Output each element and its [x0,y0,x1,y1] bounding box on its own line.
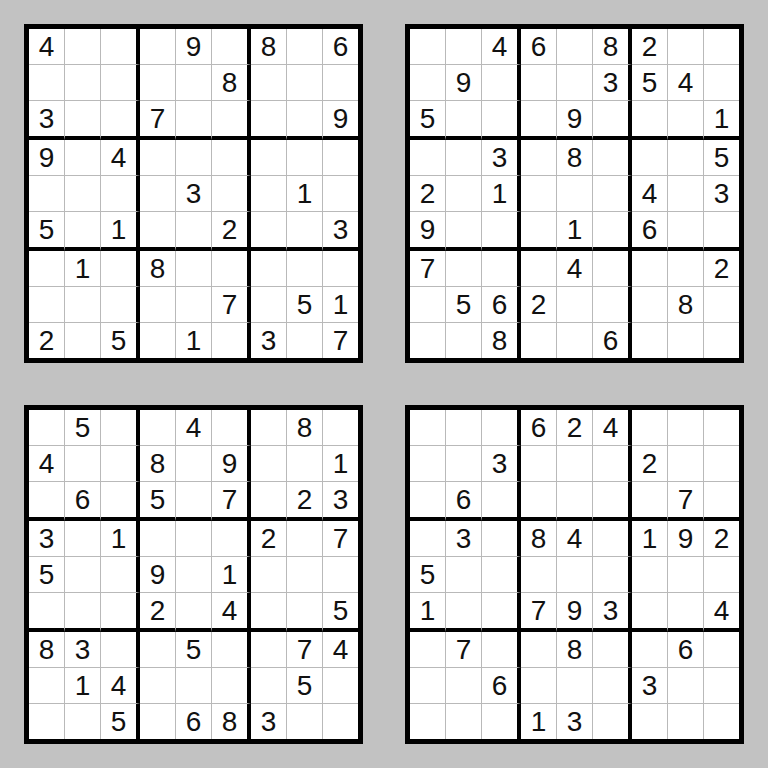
p4-cell-r1c6[interactable]: 4 [593,410,632,446]
p4-cell-r8c5[interactable] [557,668,593,704]
p3-cell-r4c4[interactable] [140,521,176,557]
p2-cell-r7c7[interactable] [632,251,668,287]
p1-cell-r9c4[interactable] [140,323,176,358]
p2-cell-r2c2[interactable]: 9 [446,65,482,101]
p2-cell-r8c5[interactable] [557,287,593,323]
p1-cell-r3c1[interactable]: 3 [29,101,65,140]
p1-cell-r1c3[interactable] [101,29,140,65]
p3-cell-r5c1[interactable]: 5 [29,557,65,593]
p1-cell-r5c9[interactable] [323,176,358,212]
p4-cell-r4c3[interactable] [482,521,521,557]
p1-cell-r8c3[interactable] [101,287,140,323]
p2-cell-r8c9[interactable] [704,287,739,323]
p4-cell-r6c8[interactable] [668,593,704,632]
p4-cell-r4c5[interactable]: 4 [557,521,593,557]
p1-cell-r6c9[interactable]: 3 [323,212,358,251]
p1-cell-r4c6[interactable] [212,140,251,176]
p4-cell-r7c1[interactable] [410,632,446,668]
p2-cell-r3c3[interactable] [482,101,521,140]
p4-cell-r4c6[interactable] [593,521,632,557]
p3-cell-r8c3[interactable]: 4 [101,668,140,704]
p4-cell-r3c3[interactable] [482,482,521,521]
p3-cell-r4c3[interactable]: 1 [101,521,140,557]
p4-cell-r3c6[interactable] [593,482,632,521]
p1-cell-r7c9[interactable] [323,251,358,287]
p4-cell-r3c9[interactable] [704,482,739,521]
p3-cell-r2c2[interactable] [65,446,101,482]
p4-cell-r2c4[interactable] [521,446,557,482]
p4-cell-r4c9[interactable]: 2 [704,521,739,557]
p2-cell-r3c2[interactable] [446,101,482,140]
p3-cell-r2c8[interactable] [287,446,323,482]
p1-cell-r3c8[interactable] [287,101,323,140]
p2-cell-r7c6[interactable] [593,251,632,287]
p1-cell-r9c3[interactable]: 5 [101,323,140,358]
p3-cell-r9c8[interactable] [287,704,323,739]
p4-cell-r7c9[interactable] [704,632,739,668]
p1-cell-r5c4[interactable] [140,176,176,212]
p4-cell-r1c3[interactable] [482,410,521,446]
p1-cell-r2c4[interactable] [140,65,176,101]
p1-cell-r6c8[interactable] [287,212,323,251]
p1-cell-r3c7[interactable] [251,101,287,140]
p4-cell-r5c5[interactable] [557,557,593,593]
p3-cell-r5c3[interactable] [101,557,140,593]
p2-cell-r9c2[interactable] [446,323,482,358]
p4-cell-r2c9[interactable] [704,446,739,482]
p1-cell-r2c7[interactable] [251,65,287,101]
p1-cell-r7c2[interactable]: 1 [65,251,101,287]
p4-cell-r9c2[interactable] [446,704,482,739]
p4-cell-r8c9[interactable] [704,668,739,704]
p1-cell-r5c8[interactable]: 1 [287,176,323,212]
p1-cell-r3c4[interactable]: 7 [140,101,176,140]
p3-cell-r8c5[interactable] [176,668,212,704]
p4-cell-r7c2[interactable]: 7 [446,632,482,668]
p4-cell-r1c2[interactable] [446,410,482,446]
p3-cell-r2c7[interactable] [251,446,287,482]
p3-cell-r3c6[interactable]: 7 [212,482,251,521]
p1-cell-r2c6[interactable]: 8 [212,65,251,101]
p3-cell-r2c9[interactable]: 1 [323,446,358,482]
p3-cell-r3c8[interactable]: 2 [287,482,323,521]
p4-cell-r6c7[interactable] [632,593,668,632]
p3-cell-r4c9[interactable]: 7 [323,521,358,557]
p4-cell-r9c5[interactable]: 3 [557,704,593,739]
p4-cell-r7c7[interactable] [632,632,668,668]
p4-cell-r5c1[interactable]: 5 [410,557,446,593]
p1-cell-r4c8[interactable] [287,140,323,176]
p3-cell-r2c5[interactable] [176,446,212,482]
p4-cell-r8c8[interactable] [668,668,704,704]
p3-cell-r9c9[interactable] [323,704,358,739]
p3-cell-r4c7[interactable]: 2 [251,521,287,557]
p1-cell-r7c4[interactable]: 8 [140,251,176,287]
p4-cell-r7c3[interactable] [482,632,521,668]
p4-cell-r3c1[interactable] [410,482,446,521]
p3-cell-r3c4[interactable]: 5 [140,482,176,521]
p3-cell-r9c3[interactable]: 5 [101,704,140,739]
p4-cell-r2c6[interactable] [593,446,632,482]
p3-cell-r6c8[interactable] [287,593,323,632]
p1-cell-r6c4[interactable] [140,212,176,251]
p4-cell-r2c3[interactable]: 3 [482,446,521,482]
p3-cell-r4c5[interactable] [176,521,212,557]
p1-cell-r9c8[interactable] [287,323,323,358]
p1-cell-r8c6[interactable]: 7 [212,287,251,323]
p4-cell-r6c6[interactable]: 3 [593,593,632,632]
p4-cell-r7c8[interactable]: 6 [668,632,704,668]
p2-cell-r5c8[interactable] [668,176,704,212]
p3-cell-r3c9[interactable]: 3 [323,482,358,521]
p4-cell-r8c7[interactable]: 3 [632,668,668,704]
p3-cell-r6c5[interactable] [176,593,212,632]
p2-cell-r7c4[interactable] [521,251,557,287]
p2-cell-r9c7[interactable] [632,323,668,358]
p1-cell-r2c2[interactable] [65,65,101,101]
p3-cell-r1c9[interactable] [323,410,358,446]
p3-cell-r8c2[interactable]: 1 [65,668,101,704]
p2-cell-r6c5[interactable]: 1 [557,212,593,251]
p1-cell-r4c4[interactable] [140,140,176,176]
p1-cell-r8c1[interactable] [29,287,65,323]
p3-cell-r6c2[interactable] [65,593,101,632]
p2-cell-r1c7[interactable]: 2 [632,29,668,65]
p3-cell-r1c4[interactable] [140,410,176,446]
p2-cell-r1c6[interactable]: 8 [593,29,632,65]
p2-cell-r7c8[interactable] [668,251,704,287]
p1-cell-r3c9[interactable]: 9 [323,101,358,140]
p2-cell-r9c1[interactable] [410,323,446,358]
p1-cell-r6c3[interactable]: 1 [101,212,140,251]
p3-cell-r5c9[interactable] [323,557,358,593]
p3-cell-r9c1[interactable] [29,704,65,739]
p3-cell-r7c2[interactable]: 3 [65,632,101,668]
p2-cell-r5c4[interactable] [521,176,557,212]
p1-cell-r3c2[interactable] [65,101,101,140]
p4-cell-r9c1[interactable] [410,704,446,739]
p1-cell-r1c4[interactable] [140,29,176,65]
p1-cell-r5c1[interactable] [29,176,65,212]
p1-cell-r2c9[interactable] [323,65,358,101]
p1-cell-r7c1[interactable] [29,251,65,287]
p1-cell-r7c7[interactable] [251,251,287,287]
p3-cell-r3c5[interactable] [176,482,212,521]
p3-cell-r7c9[interactable]: 4 [323,632,358,668]
p1-cell-r8c8[interactable]: 5 [287,287,323,323]
p3-cell-r1c1[interactable] [29,410,65,446]
p2-cell-r1c1[interactable] [410,29,446,65]
p2-cell-r4c9[interactable]: 5 [704,140,739,176]
p1-cell-r2c1[interactable] [29,65,65,101]
p1-cell-r4c5[interactable] [176,140,212,176]
p1-cell-r9c9[interactable]: 7 [323,323,358,358]
p2-cell-r1c4[interactable]: 6 [521,29,557,65]
p4-cell-r6c5[interactable]: 9 [557,593,593,632]
p3-cell-r6c4[interactable]: 2 [140,593,176,632]
p1-cell-r8c2[interactable] [65,287,101,323]
p4-cell-r3c5[interactable] [557,482,593,521]
p1-cell-r5c7[interactable] [251,176,287,212]
p2-cell-r2c7[interactable]: 5 [632,65,668,101]
p4-cell-r9c9[interactable] [704,704,739,739]
p4-cell-r5c4[interactable] [521,557,557,593]
p4-cell-r1c1[interactable] [410,410,446,446]
p3-cell-r2c6[interactable]: 9 [212,446,251,482]
p4-cell-r8c2[interactable] [446,668,482,704]
p3-cell-r1c7[interactable] [251,410,287,446]
p2-cell-r2c9[interactable] [704,65,739,101]
p2-cell-r1c9[interactable] [704,29,739,65]
p1-cell-r4c7[interactable] [251,140,287,176]
p2-cell-r4c8[interactable] [668,140,704,176]
p4-cell-r3c7[interactable] [632,482,668,521]
p1-cell-r3c5[interactable] [176,101,212,140]
p1-cell-r3c3[interactable] [101,101,140,140]
p1-cell-r4c2[interactable] [65,140,101,176]
p1-cell-r1c1[interactable]: 4 [29,29,65,65]
p3-cell-r1c6[interactable] [212,410,251,446]
p2-cell-r4c6[interactable] [593,140,632,176]
p2-cell-r1c8[interactable] [668,29,704,65]
p4-cell-r4c7[interactable]: 1 [632,521,668,557]
p1-cell-r2c5[interactable] [176,65,212,101]
p2-cell-r3c1[interactable]: 5 [410,101,446,140]
p3-cell-r8c6[interactable] [212,668,251,704]
p2-cell-r7c5[interactable]: 4 [557,251,593,287]
p1-cell-r5c6[interactable] [212,176,251,212]
p3-cell-r5c2[interactable] [65,557,101,593]
p2-cell-r9c8[interactable] [668,323,704,358]
p4-cell-r5c6[interactable] [593,557,632,593]
p2-cell-r6c6[interactable] [593,212,632,251]
p2-cell-r5c1[interactable]: 2 [410,176,446,212]
p1-cell-r7c6[interactable] [212,251,251,287]
p2-cell-r8c8[interactable]: 8 [668,287,704,323]
p1-cell-r2c8[interactable] [287,65,323,101]
p3-cell-r8c4[interactable] [140,668,176,704]
p4-cell-r1c5[interactable]: 2 [557,410,593,446]
p2-cell-r8c2[interactable]: 5 [446,287,482,323]
p4-cell-r6c2[interactable] [446,593,482,632]
p4-cell-r6c9[interactable]: 4 [704,593,739,632]
p1-cell-r8c7[interactable] [251,287,287,323]
p4-cell-r5c3[interactable] [482,557,521,593]
p4-cell-r6c1[interactable]: 1 [410,593,446,632]
p2-cell-r5c5[interactable] [557,176,593,212]
p3-cell-r3c1[interactable] [29,482,65,521]
p3-cell-r6c6[interactable]: 4 [212,593,251,632]
p2-cell-r5c7[interactable]: 4 [632,176,668,212]
p3-cell-r3c3[interactable] [101,482,140,521]
p1-cell-r8c9[interactable]: 1 [323,287,358,323]
p2-cell-r3c7[interactable] [632,101,668,140]
p2-cell-r5c3[interactable]: 1 [482,176,521,212]
p4-cell-r5c2[interactable] [446,557,482,593]
p4-cell-r3c8[interactable]: 7 [668,482,704,521]
p2-cell-r1c2[interactable] [446,29,482,65]
p4-cell-r4c2[interactable]: 3 [446,521,482,557]
p3-cell-r2c3[interactable] [101,446,140,482]
p1-cell-r1c2[interactable] [65,29,101,65]
p4-cell-r7c5[interactable]: 8 [557,632,593,668]
p4-cell-r8c4[interactable] [521,668,557,704]
p2-cell-r9c5[interactable] [557,323,593,358]
p2-cell-r7c3[interactable] [482,251,521,287]
p4-cell-r7c6[interactable] [593,632,632,668]
p1-cell-r8c5[interactable] [176,287,212,323]
p1-cell-r1c5[interactable]: 9 [176,29,212,65]
p2-cell-r1c5[interactable] [557,29,593,65]
p2-cell-r4c3[interactable]: 3 [482,140,521,176]
p2-cell-r3c4[interactable] [521,101,557,140]
p2-cell-r2c1[interactable] [410,65,446,101]
p3-cell-r6c3[interactable] [101,593,140,632]
p4-cell-r5c8[interactable] [668,557,704,593]
p2-cell-r2c5[interactable] [557,65,593,101]
p2-cell-r5c6[interactable] [593,176,632,212]
p4-cell-r8c3[interactable]: 6 [482,668,521,704]
p1-cell-r6c7[interactable] [251,212,287,251]
p2-cell-r6c7[interactable]: 6 [632,212,668,251]
p1-cell-r5c3[interactable] [101,176,140,212]
p1-cell-r1c9[interactable]: 6 [323,29,358,65]
p2-cell-r5c9[interactable]: 3 [704,176,739,212]
p4-cell-r2c1[interactable] [410,446,446,482]
p1-cell-r9c5[interactable]: 1 [176,323,212,358]
p4-cell-r6c4[interactable]: 7 [521,593,557,632]
p3-cell-r5c8[interactable] [287,557,323,593]
p4-cell-r4c1[interactable] [410,521,446,557]
p1-cell-r7c8[interactable] [287,251,323,287]
p4-cell-r9c6[interactable] [593,704,632,739]
p2-cell-r4c5[interactable]: 8 [557,140,593,176]
p1-cell-r4c9[interactable] [323,140,358,176]
p2-cell-r7c9[interactable]: 2 [704,251,739,287]
p3-cell-r8c8[interactable]: 5 [287,668,323,704]
p2-cell-r8c7[interactable] [632,287,668,323]
p2-cell-r6c9[interactable] [704,212,739,251]
p4-cell-r9c4[interactable]: 1 [521,704,557,739]
p1-cell-r9c7[interactable]: 3 [251,323,287,358]
p3-cell-r6c7[interactable] [251,593,287,632]
p4-cell-r1c4[interactable]: 6 [521,410,557,446]
p2-cell-r4c2[interactable] [446,140,482,176]
p1-cell-r9c6[interactable] [212,323,251,358]
p2-cell-r7c1[interactable]: 7 [410,251,446,287]
p2-cell-r8c3[interactable]: 6 [482,287,521,323]
p2-cell-r8c1[interactable] [410,287,446,323]
p4-cell-r4c4[interactable]: 8 [521,521,557,557]
p1-cell-r3c6[interactable] [212,101,251,140]
p4-cell-r9c3[interactable] [482,704,521,739]
p3-cell-r5c7[interactable] [251,557,287,593]
p2-cell-r7c2[interactable] [446,251,482,287]
p3-cell-r9c4[interactable] [140,704,176,739]
p2-cell-r8c4[interactable]: 2 [521,287,557,323]
p2-cell-r3c9[interactable]: 1 [704,101,739,140]
p2-cell-r9c4[interactable] [521,323,557,358]
p1-cell-r6c2[interactable] [65,212,101,251]
p4-cell-r4c8[interactable]: 9 [668,521,704,557]
p2-cell-r3c5[interactable]: 9 [557,101,593,140]
p2-cell-r8c6[interactable] [593,287,632,323]
p4-cell-r2c7[interactable]: 2 [632,446,668,482]
p3-cell-r4c2[interactable] [65,521,101,557]
p2-cell-r4c7[interactable] [632,140,668,176]
p3-cell-r5c4[interactable]: 9 [140,557,176,593]
p3-cell-r6c9[interactable]: 5 [323,593,358,632]
p3-cell-r1c8[interactable]: 8 [287,410,323,446]
p2-cell-r6c4[interactable] [521,212,557,251]
p3-cell-r8c7[interactable] [251,668,287,704]
p2-cell-r5c2[interactable] [446,176,482,212]
p4-cell-r2c8[interactable] [668,446,704,482]
p3-cell-r2c4[interactable]: 8 [140,446,176,482]
p2-cell-r9c3[interactable]: 8 [482,323,521,358]
p4-cell-r1c9[interactable] [704,410,739,446]
p3-cell-r8c1[interactable] [29,668,65,704]
p4-cell-r9c7[interactable] [632,704,668,739]
p3-cell-r9c5[interactable]: 6 [176,704,212,739]
p2-cell-r2c8[interactable]: 4 [668,65,704,101]
p1-cell-r1c8[interactable] [287,29,323,65]
p4-cell-r1c8[interactable] [668,410,704,446]
p1-cell-r6c6[interactable]: 2 [212,212,251,251]
p3-cell-r4c8[interactable] [287,521,323,557]
p4-cell-r8c6[interactable] [593,668,632,704]
p2-cell-r6c1[interactable]: 9 [410,212,446,251]
p2-cell-r6c3[interactable] [482,212,521,251]
p3-cell-r7c4[interactable] [140,632,176,668]
p3-cell-r5c6[interactable]: 1 [212,557,251,593]
p3-cell-r1c2[interactable]: 5 [65,410,101,446]
p1-cell-r6c5[interactable] [176,212,212,251]
p3-cell-r7c1[interactable]: 8 [29,632,65,668]
p4-cell-r1c7[interactable] [632,410,668,446]
p1-cell-r9c1[interactable]: 2 [29,323,65,358]
p4-cell-r2c2[interactable] [446,446,482,482]
p1-cell-r8c4[interactable] [140,287,176,323]
p4-cell-r9c8[interactable] [668,704,704,739]
p3-cell-r9c6[interactable]: 8 [212,704,251,739]
p3-cell-r2c1[interactable]: 4 [29,446,65,482]
p3-cell-r9c2[interactable] [65,704,101,739]
p2-cell-r4c1[interactable] [410,140,446,176]
p1-cell-r7c5[interactable] [176,251,212,287]
p3-cell-r5c5[interactable] [176,557,212,593]
p3-cell-r4c6[interactable] [212,521,251,557]
p3-cell-r8c9[interactable] [323,668,358,704]
p2-cell-r2c6[interactable]: 3 [593,65,632,101]
p3-cell-r1c5[interactable]: 4 [176,410,212,446]
p3-cell-r9c7[interactable]: 3 [251,704,287,739]
p4-cell-r5c9[interactable] [704,557,739,593]
p3-cell-r7c5[interactable]: 5 [176,632,212,668]
p1-cell-r4c3[interactable]: 4 [101,140,140,176]
p4-cell-r5c7[interactable] [632,557,668,593]
p3-cell-r4c1[interactable]: 3 [29,521,65,557]
p4-cell-r8c1[interactable] [410,668,446,704]
p3-cell-r7c3[interactable] [101,632,140,668]
p1-cell-r6c1[interactable]: 5 [29,212,65,251]
p2-cell-r3c8[interactable] [668,101,704,140]
p3-cell-r3c7[interactable] [251,482,287,521]
p3-cell-r7c7[interactable] [251,632,287,668]
p4-cell-r2c5[interactable] [557,446,593,482]
p2-cell-r2c3[interactable] [482,65,521,101]
p2-cell-r4c4[interactable] [521,140,557,176]
